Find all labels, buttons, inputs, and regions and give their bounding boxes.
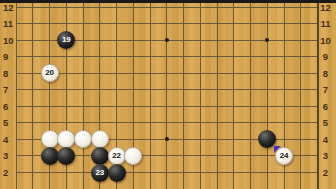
intersection-B9[interactable]: [24, 48, 41, 65]
rank-label-right-6: 6: [317, 101, 334, 112]
intersection-M5[interactable]: [192, 115, 209, 132]
intersection-B1[interactable]: [24, 181, 41, 189]
intersection-K11[interactable]: [158, 15, 175, 32]
intersection-J9[interactable]: [142, 48, 159, 65]
intersection-H1[interactable]: [125, 181, 142, 189]
intersection-K2[interactable]: [158, 164, 175, 181]
intersection-B10[interactable]: [24, 32, 41, 49]
intersection-R10[interactable]: [276, 32, 293, 49]
intersection-F10[interactable]: [91, 32, 108, 49]
intersection-O3[interactable]: [225, 148, 242, 165]
intersection-O9[interactable]: [225, 48, 242, 65]
intersection-F7[interactable]: [91, 81, 108, 98]
intersection-B6[interactable]: [24, 98, 41, 115]
move-number: 20: [45, 69, 53, 77]
intersection-O8[interactable]: [225, 65, 242, 82]
rank-label-left-9: 9: [2, 51, 17, 62]
intersection-H6[interactable]: [125, 98, 142, 115]
intersection-K6[interactable]: [158, 98, 175, 115]
rank-label-left-12: 12: [2, 2, 17, 13]
intersection-H7[interactable]: [125, 81, 142, 98]
intersection-K8[interactable]: [158, 65, 175, 82]
intersection-G6[interactable]: [108, 98, 125, 115]
rank-label-left-10: 10: [2, 35, 17, 46]
intersection-J4[interactable]: [142, 131, 159, 148]
rank-label-right-10: 10: [317, 35, 334, 46]
intersection-N1[interactable]: [209, 181, 226, 189]
intersection-C2[interactable]: [41, 164, 58, 181]
intersection-O4[interactable]: [225, 131, 242, 148]
rank-label-left-6: 6: [2, 101, 17, 112]
move-number: 19: [62, 36, 70, 44]
intersection-K7[interactable]: [158, 81, 175, 98]
intersection-S6[interactable]: [292, 98, 309, 115]
intersection-N8[interactable]: [209, 65, 226, 82]
intersection-Q6[interactable]: [259, 98, 276, 115]
intersection-H9[interactable]: [125, 48, 142, 65]
intersection-E1[interactable]: [75, 181, 92, 189]
intersection-N10[interactable]: [209, 32, 226, 49]
intersection-M7[interactable]: [192, 81, 209, 98]
intersection-D9[interactable]: [58, 48, 75, 65]
intersection-P10[interactable]: [242, 32, 259, 49]
intersection-G10[interactable]: [108, 32, 125, 49]
intersection-S4[interactable]: [292, 131, 309, 148]
intersection-D6[interactable]: [58, 98, 75, 115]
intersection-D5[interactable]: [58, 115, 75, 132]
intersection-D2[interactable]: [58, 164, 75, 181]
intersection-E3[interactable]: [75, 148, 92, 165]
intersection-M8[interactable]: [192, 65, 209, 82]
intersection-J6[interactable]: [142, 98, 159, 115]
intersection-C7[interactable]: [41, 81, 58, 98]
intersection-G9[interactable]: [108, 48, 125, 65]
intersection-S5[interactable]: [292, 115, 309, 132]
intersection-C9[interactable]: [41, 48, 58, 65]
intersection-N9[interactable]: [209, 48, 226, 65]
rank-label-left-5: 5: [2, 117, 17, 128]
intersection-R11[interactable]: [276, 15, 293, 32]
intersection-R9[interactable]: [276, 48, 293, 65]
intersection-M2[interactable]: [192, 164, 209, 181]
intersection-K9[interactable]: [158, 48, 175, 65]
intersection-D11[interactable]: [58, 15, 75, 32]
rank-label-left-4: 4: [2, 134, 17, 145]
intersection-J8[interactable]: [142, 65, 159, 82]
intersection-E11[interactable]: [75, 15, 92, 32]
intersection-S8[interactable]: [292, 65, 309, 82]
intersection-F9[interactable]: [91, 48, 108, 65]
intersection-J5[interactable]: [142, 115, 159, 132]
intersection-E5[interactable]: [75, 115, 92, 132]
intersection-S7[interactable]: [292, 81, 309, 98]
intersection-S10[interactable]: [292, 32, 309, 49]
intersection-C1[interactable]: [41, 181, 58, 189]
intersection-N2[interactable]: [209, 164, 226, 181]
intersection-L4[interactable]: [175, 131, 192, 148]
intersection-D7[interactable]: [58, 81, 75, 98]
star-point: [165, 38, 169, 42]
stone-black-C3: [41, 147, 59, 165]
rank-label-left-8: 8: [2, 68, 17, 79]
intersection-R7[interactable]: [276, 81, 293, 98]
rank-label-left-2: 2: [2, 167, 17, 178]
intersection-M9[interactable]: [192, 48, 209, 65]
intersection-P1[interactable]: [242, 181, 259, 189]
intersection-F8[interactable]: [91, 65, 108, 82]
stone-white-R3: 24: [275, 147, 293, 165]
intersection-B7[interactable]: [24, 81, 41, 98]
intersection-R5[interactable]: [276, 115, 293, 132]
intersection-P6[interactable]: [242, 98, 259, 115]
top-edge-strip: [0, 0, 336, 3]
intersection-R1[interactable]: [276, 181, 293, 189]
intersection-B8[interactable]: [24, 65, 41, 82]
intersection-C6[interactable]: [41, 98, 58, 115]
intersection-P3[interactable]: [242, 148, 259, 165]
intersection-K5[interactable]: [158, 115, 175, 132]
intersection-L6[interactable]: [175, 98, 192, 115]
intersection-N6[interactable]: [209, 98, 226, 115]
intersection-G5[interactable]: [108, 115, 125, 132]
intersection-M4[interactable]: [192, 131, 209, 148]
intersection-K3[interactable]: [158, 148, 175, 165]
intersection-N7[interactable]: [209, 81, 226, 98]
intersection-R2[interactable]: [276, 164, 293, 181]
intersection-J2[interactable]: [142, 164, 159, 181]
intersection-M10[interactable]: [192, 32, 209, 49]
stone-black-F3: [91, 147, 109, 165]
intersection-D1[interactable]: [58, 181, 75, 189]
intersection-M3[interactable]: [192, 148, 209, 165]
intersection-G8[interactable]: [108, 65, 125, 82]
intersection-L7[interactable]: [175, 81, 192, 98]
intersection-E2[interactable]: [75, 164, 92, 181]
intersection-L11[interactable]: [175, 15, 192, 32]
intersection-E9[interactable]: [75, 48, 92, 65]
intersection-O5[interactable]: [225, 115, 242, 132]
stone-black-F2: 23: [91, 164, 109, 182]
intersection-P7[interactable]: [242, 81, 259, 98]
intersection-H10[interactable]: [125, 32, 142, 49]
intersection-B11[interactable]: [24, 15, 41, 32]
intersection-L8[interactable]: [175, 65, 192, 82]
intersection-M1[interactable]: [192, 181, 209, 189]
intersection-B5[interactable]: [24, 115, 41, 132]
rank-label-left-3: 3: [2, 150, 17, 161]
intersection-H5[interactable]: [125, 115, 142, 132]
intersection-C10[interactable]: [41, 32, 58, 49]
intersection-H8[interactable]: [125, 65, 142, 82]
rank-label-right-2: 2: [317, 167, 334, 178]
intersection-R6[interactable]: [276, 98, 293, 115]
intersection-P8[interactable]: [242, 65, 259, 82]
intersection-O7[interactable]: [225, 81, 242, 98]
intersection-G4[interactable]: [108, 131, 125, 148]
intersection-R8[interactable]: [276, 65, 293, 82]
intersection-O10[interactable]: [225, 32, 242, 49]
intersection-P11[interactable]: [242, 15, 259, 32]
go-app-screenshot: 12121111101099887766554433221920222324: [0, 0, 336, 189]
intersection-G1[interactable]: [108, 181, 125, 189]
intersection-S2[interactable]: [292, 164, 309, 181]
intersection-S1[interactable]: [292, 181, 309, 189]
rank-label-right-8: 8: [317, 68, 334, 79]
intersection-Q5[interactable]: [259, 115, 276, 132]
rank-label-right-11: 11: [317, 18, 334, 29]
intersection-J7[interactable]: [142, 81, 159, 98]
stone-white-C4: [41, 130, 59, 148]
intersection-F6[interactable]: [91, 98, 108, 115]
intersection-Q8[interactable]: [259, 65, 276, 82]
intersection-K1[interactable]: [158, 181, 175, 189]
intersection-H2[interactable]: [125, 164, 142, 181]
intersection-O1[interactable]: [225, 181, 242, 189]
intersection-Q2[interactable]: [259, 164, 276, 181]
intersection-Q11[interactable]: [259, 15, 276, 32]
intersection-Q7[interactable]: [259, 81, 276, 98]
rank-label-left-7: 7: [2, 84, 17, 95]
intersection-D8[interactable]: [58, 65, 75, 82]
intersection-S3[interactable]: [292, 148, 309, 165]
intersection-C11[interactable]: [41, 15, 58, 32]
move-number: 24: [280, 152, 288, 160]
intersection-F5[interactable]: [91, 115, 108, 132]
intersection-C5[interactable]: [41, 115, 58, 132]
intersection-P4[interactable]: [242, 131, 259, 148]
intersection-G11[interactable]: [108, 15, 125, 32]
intersection-L3[interactable]: [175, 148, 192, 165]
intersection-E7[interactable]: [75, 81, 92, 98]
intersection-P2[interactable]: [242, 164, 259, 181]
intersection-O11[interactable]: [225, 15, 242, 32]
intersection-F11[interactable]: [91, 15, 108, 32]
move-number: 22: [112, 152, 120, 160]
go-board[interactable]: 12121111101099887766554433221920222324: [0, 0, 336, 189]
intersection-A1[interactable]: [8, 181, 25, 189]
intersection-M11[interactable]: [192, 15, 209, 32]
intersection-B2[interactable]: [24, 164, 41, 181]
intersection-J1[interactable]: [142, 181, 159, 189]
move-number: 23: [96, 169, 104, 177]
intersection-H11[interactable]: [125, 15, 142, 32]
intersection-N3[interactable]: [209, 148, 226, 165]
intersection-L1[interactable]: [175, 181, 192, 189]
rank-label-right-3: 3: [317, 150, 334, 161]
intersection-J3[interactable]: [142, 148, 159, 165]
stone-white-C8: 20: [41, 64, 59, 82]
intersection-J10[interactable]: [142, 32, 159, 49]
intersection-G7[interactable]: [108, 81, 125, 98]
last-move-marker-icon: [274, 146, 281, 153]
intersection-L5[interactable]: [175, 115, 192, 132]
intersection-Q1[interactable]: [259, 181, 276, 189]
intersection-B3[interactable]: [24, 148, 41, 165]
intersection-N5[interactable]: [209, 115, 226, 132]
intersection-N11[interactable]: [209, 15, 226, 32]
intersection-L9[interactable]: [175, 48, 192, 65]
intersection-P9[interactable]: [242, 48, 259, 65]
intersection-P5[interactable]: [242, 115, 259, 132]
intersection-L2[interactable]: [175, 164, 192, 181]
intersection-B4[interactable]: [24, 131, 41, 148]
intersection-N4[interactable]: [209, 131, 226, 148]
intersection-S9[interactable]: [292, 48, 309, 65]
intersection-T1[interactable]: [309, 181, 326, 189]
rank-label-right-5: 5: [317, 117, 334, 128]
intersection-O2[interactable]: [225, 164, 242, 181]
intersection-E10[interactable]: [75, 32, 92, 49]
intersection-O6[interactable]: [225, 98, 242, 115]
stone-black-G2: [108, 164, 126, 182]
intersection-M6[interactable]: [192, 98, 209, 115]
rank-label-right-4: 4: [317, 134, 334, 145]
intersection-S11[interactable]: [292, 15, 309, 32]
intersection-F1[interactable]: [91, 181, 108, 189]
rank-label-right-9: 9: [317, 51, 334, 62]
rank-label-right-7: 7: [317, 84, 334, 95]
intersection-E8[interactable]: [75, 65, 92, 82]
rank-label-right-12: 12: [317, 2, 334, 13]
intersection-Q9[interactable]: [259, 48, 276, 65]
intersection-E6[interactable]: [75, 98, 92, 115]
intersection-H4[interactable]: [125, 131, 142, 148]
stone-white-G3: 22: [108, 147, 126, 165]
intersection-J11[interactable]: [142, 15, 159, 32]
rank-label-left-11: 11: [2, 18, 17, 29]
intersection-L10[interactable]: [175, 32, 192, 49]
